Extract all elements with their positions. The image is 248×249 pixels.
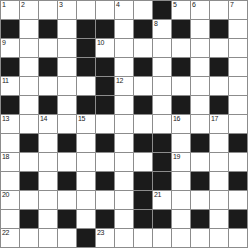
cell-r6c0[interactable]: 13 <box>1 115 19 133</box>
block-cell-r4c5 <box>96 77 114 95</box>
cell-r6c2[interactable]: 14 <box>39 115 57 133</box>
cell-r5c12[interactable] <box>229 96 247 114</box>
block-cell-r1c5 <box>96 20 114 38</box>
clue-number-2: 2 <box>21 1 25 9</box>
cell-r5c10[interactable] <box>191 96 209 114</box>
cell-r2c7[interactable] <box>134 39 152 57</box>
cell-r6c1[interactable] <box>20 115 38 133</box>
block-cell-r12c4 <box>77 229 95 247</box>
block-cell-r3c5 <box>96 58 114 76</box>
block-cell-r7c3 <box>58 134 76 152</box>
cell-r4c9[interactable] <box>172 77 190 95</box>
cell-r12c7[interactable] <box>134 229 152 247</box>
cell-r12c2[interactable] <box>39 229 57 247</box>
cell-r0c1[interactable]: 2 <box>20 1 38 19</box>
block-cell-r9c7 <box>134 172 152 190</box>
cell-r7c9[interactable] <box>172 134 190 152</box>
cell-r4c4[interactable] <box>77 77 95 95</box>
block-cell-r9c12 <box>229 172 247 190</box>
cell-r3c10[interactable] <box>191 58 209 76</box>
cell-r4c3[interactable] <box>58 77 76 95</box>
block-cell-r9c1 <box>20 172 38 190</box>
cell-r12c5[interactable]: 23 <box>96 229 114 247</box>
cell-r5c6[interactable] <box>115 96 133 114</box>
block-cell-r3c7 <box>134 58 152 76</box>
cell-r7c0[interactable] <box>1 134 19 152</box>
block-cell-r11c12 <box>229 210 247 228</box>
cell-r9c2[interactable] <box>39 172 57 190</box>
cell-r8c0[interactable]: 18 <box>1 153 19 171</box>
cell-r3c12[interactable] <box>229 58 247 76</box>
cell-r2c2[interactable] <box>39 39 57 57</box>
cell-r10c9[interactable] <box>172 191 190 209</box>
cell-r12c1[interactable] <box>20 229 38 247</box>
cell-r11c2[interactable] <box>39 210 57 228</box>
clue-number-4: 4 <box>116 1 120 9</box>
clue-number-17: 17 <box>211 115 218 123</box>
block-cell-r5c0 <box>1 96 19 114</box>
cell-r6c7[interactable] <box>134 115 152 133</box>
block-cell-r1c9 <box>172 20 190 38</box>
cell-r11c4[interactable] <box>77 210 95 228</box>
cell-r2c6[interactable] <box>115 39 133 57</box>
cell-r8c10[interactable] <box>191 153 209 171</box>
cell-r8c12[interactable] <box>229 153 247 171</box>
cell-r9c0[interactable] <box>1 172 19 190</box>
block-cell-r3c2 <box>39 58 57 76</box>
cell-r11c0[interactable] <box>1 210 19 228</box>
clue-number-5: 5 <box>173 1 177 9</box>
cell-r2c1[interactable] <box>20 39 38 57</box>
cell-r0c5[interactable] <box>96 1 114 19</box>
cell-r12c9[interactable] <box>172 229 190 247</box>
block-cell-r9c10 <box>191 172 209 190</box>
cell-r0c12[interactable]: 7 <box>229 1 247 19</box>
cell-r5c3[interactable] <box>58 96 76 114</box>
cell-r6c9[interactable]: 16 <box>172 115 190 133</box>
clue-number-1: 1 <box>2 1 6 9</box>
cell-r3c6[interactable] <box>115 58 133 76</box>
cell-r10c11[interactable] <box>210 191 228 209</box>
cell-r3c1[interactable] <box>20 58 38 76</box>
clue-number-10: 10 <box>97 39 104 47</box>
cell-r4c11[interactable] <box>210 77 228 95</box>
cell-r10c2[interactable] <box>39 191 57 209</box>
block-cell-r11c5 <box>96 210 114 228</box>
cell-r0c4[interactable] <box>77 1 95 19</box>
block-cell-r5c4 <box>77 96 95 114</box>
clue-number-6: 6 <box>192 1 196 9</box>
cell-r8c3[interactable] <box>58 153 76 171</box>
clue-number-18: 18 <box>2 153 9 161</box>
cell-r10c1[interactable] <box>20 191 38 209</box>
cell-r0c6[interactable]: 4 <box>115 1 133 19</box>
clue-number-7: 7 <box>230 1 234 9</box>
cell-r6c3[interactable] <box>58 115 76 133</box>
cell-r1c6[interactable] <box>115 20 133 38</box>
clue-number-23: 23 <box>97 229 104 237</box>
block-cell-r9c5 <box>96 172 114 190</box>
cell-r0c10[interactable]: 6 <box>191 1 209 19</box>
cell-r4c1[interactable] <box>20 77 38 95</box>
clue-number-16: 16 <box>173 115 180 123</box>
cell-r4c7[interactable] <box>134 77 152 95</box>
cell-r10c5[interactable] <box>96 191 114 209</box>
cell-r3c8[interactable] <box>153 58 171 76</box>
block-cell-r3c4 <box>77 58 95 76</box>
block-cell-r5c5 <box>96 96 114 114</box>
cell-r9c11[interactable] <box>210 172 228 190</box>
block-cell-r9c3 <box>58 172 76 190</box>
cell-r4c8[interactable] <box>153 77 171 95</box>
clue-number-22: 22 <box>2 229 9 237</box>
cell-r0c11[interactable] <box>210 1 228 19</box>
block-cell-r5c11 <box>210 96 228 114</box>
clue-number-13: 13 <box>2 115 9 123</box>
cell-r5c8[interactable] <box>153 96 171 114</box>
cell-r1c10[interactable] <box>191 20 209 38</box>
cell-r6c8[interactable] <box>153 115 171 133</box>
cell-r0c7[interactable] <box>134 1 152 19</box>
cell-r11c6[interactable] <box>115 210 133 228</box>
cell-r10c3[interactable] <box>58 191 76 209</box>
cell-r10c6[interactable] <box>115 191 133 209</box>
cell-r4c6[interactable]: 12 <box>115 77 133 95</box>
cell-r6c6[interactable] <box>115 115 133 133</box>
clue-number-11: 11 <box>2 77 9 85</box>
block-cell-r7c10 <box>191 134 209 152</box>
cell-r8c6[interactable] <box>115 153 133 171</box>
block-cell-r0c8 <box>153 1 171 19</box>
cell-r6c4[interactable]: 15 <box>77 115 95 133</box>
cell-r9c6[interactable] <box>115 172 133 190</box>
cell-r10c10[interactable] <box>191 191 209 209</box>
block-cell-r1c7 <box>134 20 152 38</box>
cell-r6c10[interactable] <box>191 115 209 133</box>
clue-number-9: 9 <box>2 39 6 47</box>
block-cell-r1c11 <box>210 20 228 38</box>
cell-r2c8[interactable] <box>153 39 171 57</box>
cell-r12c12[interactable] <box>229 229 247 247</box>
cell-r12c6[interactable] <box>115 229 133 247</box>
cell-r2c3[interactable] <box>58 39 76 57</box>
clue-number-20: 20 <box>2 191 9 199</box>
clue-number-21: 21 <box>154 191 161 199</box>
block-cell-r3c11 <box>210 58 228 76</box>
block-cell-r11c1 <box>20 210 38 228</box>
cell-r2c10[interactable] <box>191 39 209 57</box>
block-cell-r9c8 <box>153 172 171 190</box>
cell-r6c12[interactable] <box>229 115 247 133</box>
cell-r6c11[interactable]: 17 <box>210 115 228 133</box>
cell-r12c8[interactable] <box>153 229 171 247</box>
block-cell-r5c2 <box>39 96 57 114</box>
cell-r8c5[interactable] <box>96 153 114 171</box>
clue-number-19: 19 <box>173 153 180 161</box>
clue-number-12: 12 <box>116 77 123 85</box>
cell-r8c2[interactable] <box>39 153 57 171</box>
clue-number-8: 8 <box>154 20 158 28</box>
cell-r5c1[interactable] <box>20 96 38 114</box>
block-cell-r11c7 <box>134 210 152 228</box>
cell-r10c12[interactable] <box>229 191 247 209</box>
cell-r0c9[interactable]: 5 <box>172 1 190 19</box>
cell-r12c0[interactable]: 22 <box>1 229 19 247</box>
cell-r12c11[interactable] <box>210 229 228 247</box>
block-cell-r2c4 <box>77 39 95 57</box>
cell-r12c10[interactable] <box>191 229 209 247</box>
crossword-grid: 1234567891011121314151617181920212223 <box>0 0 248 248</box>
cell-r7c11[interactable] <box>210 134 228 152</box>
cell-r3c3[interactable] <box>58 58 76 76</box>
cell-r1c12[interactable] <box>229 20 247 38</box>
clue-number-14: 14 <box>40 115 47 123</box>
cell-r0c2[interactable] <box>39 1 57 19</box>
cell-r6c5[interactable] <box>96 115 114 133</box>
block-cell-r11c3 <box>58 210 76 228</box>
block-cell-r3c9 <box>172 58 190 76</box>
block-cell-r10c7 <box>134 191 152 209</box>
cell-r7c2[interactable] <box>39 134 57 152</box>
cell-r8c11[interactable] <box>210 153 228 171</box>
cell-r9c4[interactable] <box>77 172 95 190</box>
cell-r2c5[interactable]: 10 <box>96 39 114 57</box>
cell-r11c9[interactable] <box>172 210 190 228</box>
block-cell-r3c0 <box>1 58 19 76</box>
clue-number-15: 15 <box>78 115 85 123</box>
block-cell-r5c7 <box>134 96 152 114</box>
cell-r8c4[interactable] <box>77 153 95 171</box>
block-cell-r1c4 <box>77 20 95 38</box>
cell-r10c8[interactable]: 21 <box>153 191 171 209</box>
cell-r9c9[interactable] <box>172 172 190 190</box>
cell-r8c9[interactable]: 19 <box>172 153 190 171</box>
cell-r1c3[interactable] <box>58 20 76 38</box>
cell-r2c11[interactable] <box>210 39 228 57</box>
block-cell-r11c8 <box>153 210 171 228</box>
block-cell-r1c0 <box>1 20 19 38</box>
cell-r1c1[interactable] <box>20 20 38 38</box>
block-cell-r7c8 <box>153 134 171 152</box>
cell-r10c4[interactable] <box>77 191 95 209</box>
block-cell-r7c12 <box>229 134 247 152</box>
cell-r2c0[interactable]: 9 <box>1 39 19 57</box>
cell-r12c3[interactable] <box>58 229 76 247</box>
block-cell-r7c5 <box>96 134 114 152</box>
cell-r7c6[interactable] <box>115 134 133 152</box>
cell-r8c7[interactable] <box>134 153 152 171</box>
cell-r0c0[interactable]: 1 <box>1 1 19 19</box>
cell-r10c0[interactable]: 20 <box>1 191 19 209</box>
block-cell-r7c1 <box>20 134 38 152</box>
block-cell-r1c2 <box>39 20 57 38</box>
cell-r2c9[interactable] <box>172 39 190 57</box>
block-cell-r11c10 <box>191 210 209 228</box>
cell-r7c4[interactable] <box>77 134 95 152</box>
cell-r4c10[interactable] <box>191 77 209 95</box>
clue-number-3: 3 <box>59 1 63 9</box>
cell-r1c8[interactable]: 8 <box>153 20 171 38</box>
block-cell-r5c9 <box>172 96 190 114</box>
block-cell-r8c8 <box>153 153 171 171</box>
block-cell-r7c7 <box>134 134 152 152</box>
cell-r8c1[interactable] <box>20 153 38 171</box>
cell-r4c12[interactable] <box>229 77 247 95</box>
cell-r2c12[interactable] <box>229 39 247 57</box>
cell-r11c11[interactable] <box>210 210 228 228</box>
cell-r0c3[interactable]: 3 <box>58 1 76 19</box>
cell-r4c2[interactable] <box>39 77 57 95</box>
cell-r4c0[interactable]: 11 <box>1 77 19 95</box>
